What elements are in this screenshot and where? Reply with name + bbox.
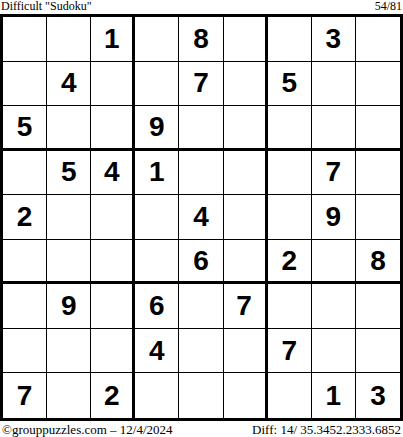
cell-r9c1: 7 (3, 373, 47, 418)
puzzle-title: Difficult "Sudoku" (1, 0, 92, 13)
cell-r9c2[interactable] (47, 373, 91, 418)
cell-r4c7[interactable] (268, 151, 312, 196)
cell-r2c2: 4 (47, 62, 91, 107)
cell-r8c5[interactable] (179, 329, 223, 374)
cell-r4c4: 1 (135, 151, 179, 196)
cell-r6c3[interactable] (91, 240, 135, 285)
cell-r9c6[interactable] (224, 373, 268, 418)
cell-r3c4: 9 (135, 106, 179, 151)
cell-r4c6[interactable] (224, 151, 268, 196)
cell-r9c4[interactable] (135, 373, 179, 418)
cell-r8c4: 4 (135, 329, 179, 374)
cell-r9c3: 2 (91, 373, 135, 418)
cell-r3c9[interactable] (356, 106, 400, 151)
header: Difficult "Sudoku" 54/81 (0, 0, 403, 14)
cell-r8c8[interactable] (312, 329, 356, 374)
cell-r7c4: 6 (135, 284, 179, 329)
cell-r4c8: 7 (312, 151, 356, 196)
cell-r3c1: 5 (3, 106, 47, 151)
empty-cells-counter: 54/81 (375, 0, 402, 13)
cell-r9c5[interactable] (179, 373, 223, 418)
cell-r7c6: 7 (224, 284, 268, 329)
cell-r2c5: 7 (179, 62, 223, 107)
cell-r8c2[interactable] (47, 329, 91, 374)
cell-r1c2[interactable] (47, 17, 91, 62)
cell-r3c7[interactable] (268, 106, 312, 151)
cell-r5c7[interactable] (268, 195, 312, 240)
cell-r2c4[interactable] (135, 62, 179, 107)
cell-r5c8: 9 (312, 195, 356, 240)
cell-r5c6[interactable] (224, 195, 268, 240)
cell-r5c3[interactable] (91, 195, 135, 240)
cell-r2c6[interactable] (224, 62, 268, 107)
cell-r5c9[interactable] (356, 195, 400, 240)
cell-r1c1[interactable] (3, 17, 47, 62)
cell-r2c9[interactable] (356, 62, 400, 107)
cell-r5c1: 2 (3, 195, 47, 240)
cell-r3c5[interactable] (179, 106, 223, 151)
cell-r6c1[interactable] (3, 240, 47, 285)
cell-r2c8[interactable] (312, 62, 356, 107)
cell-r1c9[interactable] (356, 17, 400, 62)
cell-r9c8: 1 (312, 373, 356, 418)
cell-r7c7[interactable] (268, 284, 312, 329)
copyright-text: ©grouppuzzles.com – 12/4/2024 (2, 422, 173, 437)
cell-r8c9[interactable] (356, 329, 400, 374)
cell-r5c5: 4 (179, 195, 223, 240)
cell-r1c4[interactable] (135, 17, 179, 62)
cell-r5c4[interactable] (135, 195, 179, 240)
cell-r2c7: 5 (268, 62, 312, 107)
cell-r7c2: 9 (47, 284, 91, 329)
cell-r1c7[interactable] (268, 17, 312, 62)
cell-r7c5[interactable] (179, 284, 223, 329)
cell-r7c3[interactable] (91, 284, 135, 329)
cell-r4c5[interactable] (179, 151, 223, 196)
cell-r7c9[interactable] (356, 284, 400, 329)
cell-r4c9[interactable] (356, 151, 400, 196)
cell-r6c7: 2 (268, 240, 312, 285)
cell-r4c1[interactable] (3, 151, 47, 196)
cell-r7c8[interactable] (312, 284, 356, 329)
cell-r1c8: 3 (312, 17, 356, 62)
cell-r7c1[interactable] (3, 284, 47, 329)
cell-r6c6[interactable] (224, 240, 268, 285)
cell-r5c2[interactable] (47, 195, 91, 240)
cell-r6c4[interactable] (135, 240, 179, 285)
cell-r6c8[interactable] (312, 240, 356, 285)
cell-r9c9: 3 (356, 373, 400, 418)
cell-r6c2[interactable] (47, 240, 91, 285)
cell-r8c6[interactable] (224, 329, 268, 374)
cell-r9c7[interactable] (268, 373, 312, 418)
cell-r1c3: 1 (91, 17, 135, 62)
cell-r2c1[interactable] (3, 62, 47, 107)
cell-r3c3[interactable] (91, 106, 135, 151)
cell-r8c1[interactable] (3, 329, 47, 374)
cell-r1c5: 8 (179, 17, 223, 62)
cell-r6c9: 8 (356, 240, 400, 285)
cell-r6c5: 6 (179, 240, 223, 285)
cell-r1c6[interactable] (224, 17, 268, 62)
cell-r3c6[interactable] (224, 106, 268, 151)
sudoku-grid: 183475595417249628967477213 (3, 17, 400, 418)
sudoku-board: 183475595417249628967477213 (0, 14, 403, 421)
cell-r8c7: 7 (268, 329, 312, 374)
cell-r8c3[interactable] (91, 329, 135, 374)
cell-r4c3: 4 (91, 151, 135, 196)
cell-r3c2[interactable] (47, 106, 91, 151)
cell-r4c2: 5 (47, 151, 91, 196)
cell-r2c3[interactable] (91, 62, 135, 107)
cell-r3c8[interactable] (312, 106, 356, 151)
footer: ©grouppuzzles.com – 12/4/2024 Diff: 14/ … (0, 421, 403, 437)
difficulty-text: Diff: 14/ 35.3452.2333.6852 (252, 422, 401, 437)
